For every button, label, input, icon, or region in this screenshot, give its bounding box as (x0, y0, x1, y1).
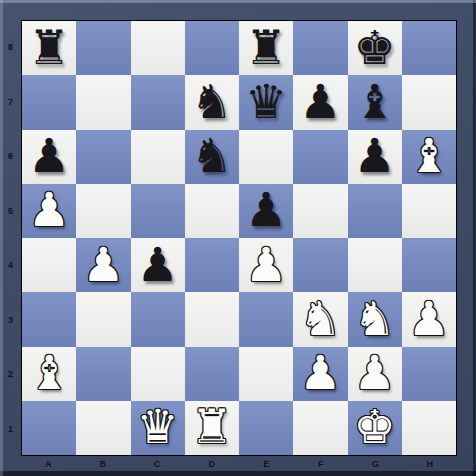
square-g8[interactable]: ♚ (348, 21, 402, 75)
square-f6[interactable] (293, 130, 347, 184)
square-e8[interactable]: ♜ (239, 21, 293, 75)
rank-label-2: 2 (0, 347, 21, 402)
white-knight[interactable]: ♞ (299, 295, 341, 342)
square-b5[interactable] (76, 184, 130, 238)
square-h7[interactable] (402, 75, 456, 129)
black-king[interactable]: ♚ (354, 24, 396, 71)
white-bishop[interactable]: ♝ (408, 132, 450, 179)
square-h8[interactable] (402, 21, 456, 75)
square-e5[interactable]: ♟ (239, 184, 293, 238)
rank-label-7: 7 (0, 75, 21, 130)
white-pawn[interactable]: ♟ (245, 241, 287, 288)
square-d3[interactable] (185, 292, 239, 346)
square-c7[interactable] (131, 75, 185, 129)
file-labels: ABCDEFGH (21, 457, 457, 471)
square-h6[interactable]: ♝ (402, 130, 456, 184)
square-d1[interactable]: ♜ (185, 401, 239, 455)
white-pawn[interactable]: ♟ (299, 349, 341, 396)
square-f1[interactable] (293, 401, 347, 455)
white-pawn[interactable]: ♟ (354, 349, 396, 396)
white-rook[interactable]: ♜ (191, 403, 233, 450)
square-c8[interactable] (131, 21, 185, 75)
square-b2[interactable] (76, 347, 130, 401)
square-c4[interactable]: ♟ (131, 238, 185, 292)
square-d6[interactable]: ♞ (185, 130, 239, 184)
black-pawn[interactable]: ♟ (354, 132, 396, 179)
square-f2[interactable]: ♟ (293, 347, 347, 401)
board: ♜♜♚♞♛♟♝♟♞♟♝♟♟♟♟♟♞♞♟♝♟♟♛♜♚ (21, 20, 457, 456)
square-h2[interactable] (402, 347, 456, 401)
square-h4[interactable] (402, 238, 456, 292)
square-h1[interactable] (402, 401, 456, 455)
black-rook[interactable]: ♜ (28, 24, 70, 71)
file-label-h: H (403, 457, 458, 471)
square-b7[interactable] (76, 75, 130, 129)
square-b3[interactable] (76, 292, 130, 346)
square-e4[interactable]: ♟ (239, 238, 293, 292)
rank-label-6: 6 (0, 129, 21, 184)
square-b8[interactable] (76, 21, 130, 75)
black-rook[interactable]: ♜ (245, 24, 287, 71)
square-f7[interactable]: ♟ (293, 75, 347, 129)
square-h5[interactable] (402, 184, 456, 238)
square-g6[interactable]: ♟ (348, 130, 402, 184)
square-b4[interactable]: ♟ (76, 238, 130, 292)
black-pawn[interactable]: ♟ (245, 186, 287, 233)
square-c3[interactable] (131, 292, 185, 346)
square-a4[interactable] (22, 238, 76, 292)
file-label-a: A (21, 457, 76, 471)
square-b1[interactable] (76, 401, 130, 455)
white-knight[interactable]: ♞ (354, 295, 396, 342)
black-pawn[interactable]: ♟ (137, 241, 179, 288)
white-bishop[interactable]: ♝ (28, 349, 70, 396)
black-knight[interactable]: ♞ (191, 132, 233, 179)
square-g3[interactable]: ♞ (348, 292, 402, 346)
square-g5[interactable] (348, 184, 402, 238)
black-bishop[interactable]: ♝ (354, 78, 396, 125)
square-d7[interactable]: ♞ (185, 75, 239, 129)
square-d4[interactable] (185, 238, 239, 292)
rank-labels: 87654321 (0, 20, 21, 456)
square-c5[interactable] (131, 184, 185, 238)
file-label-d: D (185, 457, 240, 471)
square-e3[interactable] (239, 292, 293, 346)
square-e1[interactable] (239, 401, 293, 455)
square-a5[interactable]: ♟ (22, 184, 76, 238)
white-pawn[interactable]: ♟ (408, 295, 450, 342)
file-label-g: G (348, 457, 403, 471)
square-g7[interactable]: ♝ (348, 75, 402, 129)
square-f3[interactable]: ♞ (293, 292, 347, 346)
rank-label-5: 5 (0, 184, 21, 239)
black-queen[interactable]: ♛ (245, 78, 287, 125)
square-f8[interactable] (293, 21, 347, 75)
square-f5[interactable] (293, 184, 347, 238)
file-label-f: F (294, 457, 349, 471)
square-h3[interactable]: ♟ (402, 292, 456, 346)
file-label-e: E (239, 457, 294, 471)
square-a3[interactable] (22, 292, 76, 346)
square-c6[interactable] (131, 130, 185, 184)
square-d8[interactable] (185, 21, 239, 75)
square-a1[interactable] (22, 401, 76, 455)
rank-label-4: 4 (0, 238, 21, 293)
rank-label-8: 8 (0, 20, 21, 75)
white-pawn[interactable]: ♟ (82, 241, 124, 288)
square-g1[interactable]: ♚ (348, 401, 402, 455)
square-g2[interactable]: ♟ (348, 347, 402, 401)
square-f4[interactable] (293, 238, 347, 292)
rank-label-3: 3 (0, 293, 21, 348)
chessboard-frame: 87654321 ♜♜♚♞♛♟♝♟♞♟♝♟♟♟♟♟♞♞♟♝♟♟♛♜♚ ABCDE… (0, 0, 476, 476)
square-b6[interactable] (76, 130, 130, 184)
square-c2[interactable] (131, 347, 185, 401)
square-d2[interactable] (185, 347, 239, 401)
file-label-c: C (130, 457, 185, 471)
rank-label-1: 1 (0, 402, 21, 457)
square-e6[interactable] (239, 130, 293, 184)
white-pawn[interactable]: ♟ (28, 186, 70, 233)
square-a7[interactable] (22, 75, 76, 129)
white-queen[interactable]: ♛ (137, 403, 179, 450)
black-pawn[interactable]: ♟ (299, 78, 341, 125)
square-g4[interactable] (348, 238, 402, 292)
square-d5[interactable] (185, 184, 239, 238)
black-knight[interactable]: ♞ (191, 78, 233, 125)
square-c1[interactable]: ♛ (131, 401, 185, 455)
square-a8[interactable]: ♜ (22, 21, 76, 75)
square-e2[interactable] (239, 347, 293, 401)
black-pawn[interactable]: ♟ (28, 132, 70, 179)
white-king[interactable]: ♚ (354, 403, 396, 450)
square-a6[interactable]: ♟ (22, 130, 76, 184)
square-a2[interactable]: ♝ (22, 347, 76, 401)
file-label-b: B (76, 457, 131, 471)
square-e7[interactable]: ♛ (239, 75, 293, 129)
